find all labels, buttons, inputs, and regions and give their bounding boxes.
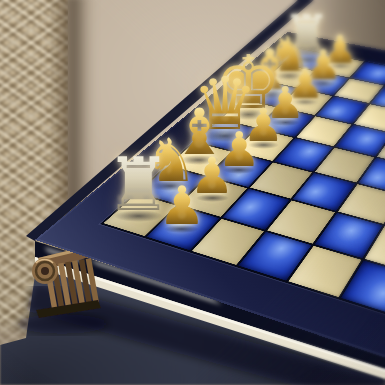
chess-set-photo: ♜♜♞♞♝♝♛♛♚♚♝♝♞♞♜♜♟♟♟♟♟♟♟♟♟♟♟♟♟♟♟♟ — [0, 0, 385, 385]
foot-shadow — [16, 314, 108, 334]
